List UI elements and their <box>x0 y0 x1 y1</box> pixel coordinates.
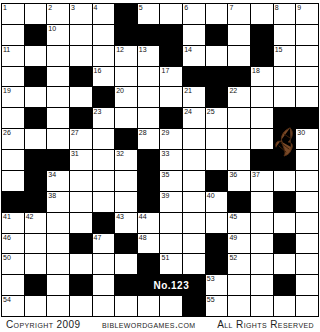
cell-r6c9[interactable]: 24 <box>183 108 205 128</box>
cell-r12c11[interactable]: 49 <box>228 234 250 254</box>
cell-r9c12[interactable]: 37 <box>251 171 273 191</box>
cell-r7c9[interactable] <box>183 129 205 149</box>
cell-r5c4[interactable] <box>70 87 92 107</box>
cell-r13c14[interactable] <box>296 254 318 274</box>
clue-number: 8 <box>275 4 279 12</box>
cell-r8c14[interactable] <box>296 150 318 170</box>
clue-number: 13 <box>139 46 147 54</box>
cell-r6c3[interactable] <box>47 108 69 128</box>
cell-r7c1[interactable]: 26 <box>2 129 24 149</box>
cell-r1c12[interactable] <box>251 4 273 24</box>
cell-r5c3[interactable] <box>47 87 69 107</box>
cell-r1c9[interactable]: 6 <box>183 4 205 24</box>
cell-r6c6[interactable] <box>115 108 137 128</box>
cell-r10c13 <box>274 192 296 212</box>
cell-r9c7 <box>138 171 160 191</box>
cell-r9c13[interactable] <box>274 171 296 191</box>
cell-r14c6 <box>115 275 137 295</box>
clue-number: 51 <box>161 254 169 262</box>
cell-r12c3[interactable] <box>47 234 69 254</box>
cell-r9c10 <box>206 171 228 191</box>
cell-r5c6[interactable]: 20 <box>115 87 137 107</box>
cell-r13c3[interactable] <box>47 254 69 274</box>
clue-number: 6 <box>184 4 188 12</box>
clue-number: 52 <box>229 254 237 262</box>
cell-r2c1[interactable] <box>2 25 24 45</box>
cell-r2c9[interactable] <box>183 25 205 45</box>
cell-r15c4[interactable] <box>70 296 92 316</box>
cell-r7c12[interactable] <box>251 129 273 149</box>
crossword-grid: 1234567891011121314151617181920212223242… <box>1 3 319 317</box>
cell-r11c2[interactable]: 42 <box>25 213 47 233</box>
cell-r13c5[interactable] <box>93 254 115 274</box>
cell-r7c4[interactable]: 27 <box>70 129 92 149</box>
clue-number: 45 <box>229 213 237 221</box>
cell-r1c1[interactable]: 1 <box>2 4 24 24</box>
cell-r11c1[interactable]: 41 <box>2 213 24 233</box>
clue-number: 40 <box>207 192 215 200</box>
cell-r4c8[interactable]: 17 <box>160 67 182 87</box>
cell-r4c6[interactable] <box>115 67 137 87</box>
clue-number: 49 <box>229 234 237 242</box>
cell-r6c14 <box>296 108 318 128</box>
cell-r14c12[interactable] <box>251 275 273 295</box>
cell-r1c3[interactable]: 2 <box>47 4 69 24</box>
cell-r15c2[interactable] <box>25 296 47 316</box>
cell-r11c3[interactable] <box>47 213 69 233</box>
cell-r8c4[interactable]: 31 <box>70 150 92 170</box>
clue-number: 20 <box>116 87 124 95</box>
cell-r1c11[interactable]: 7 <box>228 4 250 24</box>
cell-r8c5[interactable] <box>93 150 115 170</box>
clue-number: 11 <box>3 46 10 54</box>
cell-r11c8[interactable] <box>160 213 182 233</box>
clue-number: 4 <box>94 4 98 12</box>
cell-r4c4 <box>70 67 92 87</box>
cell-r12c4 <box>70 234 92 254</box>
clue-number: 48 <box>139 234 147 242</box>
cell-r14c13 <box>274 275 296 295</box>
cell-r9c4[interactable] <box>70 171 92 191</box>
cell-r3c3[interactable] <box>47 46 69 66</box>
cell-r1c8[interactable] <box>160 4 182 24</box>
cell-r10c4[interactable] <box>70 192 92 212</box>
clue-number: 5 <box>139 4 143 12</box>
cell-r7c7[interactable]: 28 <box>138 129 160 149</box>
cell-r6c2 <box>25 108 47 128</box>
cell-r6c4 <box>70 108 92 128</box>
cell-r7c8[interactable]: 29 <box>160 129 182 149</box>
cell-r11c11[interactable]: 45 <box>228 213 250 233</box>
clue-number: 21 <box>184 87 192 95</box>
cell-r3c7[interactable]: 13 <box>138 46 160 66</box>
cell-r9c3[interactable]: 34 <box>47 171 69 191</box>
cell-r2c14[interactable] <box>296 25 318 45</box>
cell-r2c10 <box>206 25 228 45</box>
cell-r13c2[interactable] <box>25 254 47 274</box>
cell-r8c2 <box>25 150 47 170</box>
cell-r13c8[interactable]: 51 <box>160 254 182 274</box>
clue-number: 7 <box>229 4 233 12</box>
clue-number: 2 <box>48 4 52 12</box>
cell-r10c12[interactable] <box>251 192 273 212</box>
cell-r5c2[interactable] <box>25 87 47 107</box>
clue-number: 42 <box>26 213 34 221</box>
cell-r10c1 <box>2 192 24 212</box>
rights-text: All Rights Reserved <box>217 319 314 330</box>
cell-r4c10 <box>206 67 228 87</box>
cell-r13c11[interactable]: 52 <box>228 254 250 274</box>
clue-number: 32 <box>116 150 124 158</box>
clue-number: 54 <box>3 296 11 304</box>
cell-r1c10[interactable] <box>206 4 228 24</box>
cell-r8c12 <box>251 150 273 170</box>
cell-r11c14[interactable] <box>296 213 318 233</box>
cell-r10c11 <box>228 192 250 212</box>
cell-r7c5[interactable] <box>93 129 115 149</box>
cell-r2c5[interactable] <box>93 25 115 45</box>
cell-r4c13[interactable] <box>274 67 296 87</box>
cell-r7c6 <box>115 129 137 149</box>
cell-r3c6[interactable]: 12 <box>115 46 137 66</box>
clue-number: 37 <box>252 171 260 179</box>
cell-r1c5[interactable]: 4 <box>93 4 115 24</box>
cell-r15c1[interactable]: 54 <box>2 296 24 316</box>
cell-r13c7 <box>138 254 160 274</box>
clue-number: 39 <box>161 192 169 200</box>
clue-number: 44 <box>139 213 147 221</box>
cell-r9c5[interactable] <box>93 171 115 191</box>
cell-r6c8 <box>160 108 182 128</box>
cell-r15c8[interactable] <box>160 296 182 316</box>
cell-r11c6[interactable]: 43 <box>115 213 137 233</box>
clue-number: 27 <box>71 129 79 137</box>
cell-r2c4[interactable] <box>70 25 92 45</box>
cell-r3c4[interactable] <box>70 46 92 66</box>
cell-r15c7[interactable] <box>138 296 160 316</box>
cell-r15c3[interactable] <box>47 296 69 316</box>
cell-r4c2 <box>25 67 47 87</box>
cell-r15c9 <box>183 296 205 316</box>
cell-r15c11[interactable] <box>228 296 250 316</box>
cell-r12c8[interactable] <box>160 234 182 254</box>
cell-r11c12[interactable] <box>251 213 273 233</box>
clue-number: 18 <box>252 67 260 75</box>
clue-number: 3 <box>71 4 75 12</box>
cell-r13c12[interactable] <box>251 254 273 274</box>
cell-r5c9[interactable]: 21 <box>183 87 205 107</box>
cell-r9c1[interactable] <box>2 171 24 191</box>
cell-r2c2 <box>25 25 47 45</box>
cell-r9c9[interactable] <box>183 171 205 191</box>
cell-r11c10[interactable] <box>206 213 228 233</box>
cell-r3c14[interactable] <box>296 46 318 66</box>
site-text: biblewordgames.com <box>102 319 196 330</box>
cell-r5c7[interactable] <box>138 87 160 107</box>
cell-r11c7[interactable]: 44 <box>138 213 160 233</box>
clue-number: 31 <box>71 150 79 158</box>
clue-number: 46 <box>3 234 11 242</box>
cell-r13c4[interactable] <box>70 254 92 274</box>
cell-r11c9[interactable] <box>183 213 205 233</box>
cell-r8c6[interactable]: 32 <box>115 150 137 170</box>
cell-r4c7[interactable] <box>138 67 160 87</box>
clue-number: 24 <box>184 108 192 116</box>
cell-r1c14[interactable]: 9 <box>296 4 318 24</box>
cell-r1c7[interactable]: 5 <box>138 4 160 24</box>
cell-r12c7[interactable]: 48 <box>138 234 160 254</box>
cell-r7c3[interactable] <box>47 129 69 149</box>
cell-r1c13[interactable]: 8 <box>274 4 296 24</box>
cell-r11c5 <box>93 213 115 233</box>
clue-number: 14 <box>184 46 192 54</box>
clue-number: 29 <box>161 129 169 137</box>
cell-r8c8[interactable]: 33 <box>160 150 182 170</box>
cell-r3c9[interactable]: 14 <box>183 46 205 66</box>
cell-r8c13 <box>274 150 296 170</box>
cell-r12c5[interactable]: 47 <box>93 234 115 254</box>
cell-r4c9 <box>183 67 205 87</box>
clue-number: 53 <box>207 275 215 283</box>
cell-r2c11[interactable] <box>228 25 250 45</box>
cell-r12c14[interactable] <box>296 234 318 254</box>
cell-r13c1[interactable]: 50 <box>2 254 24 274</box>
cell-r9c8[interactable]: 35 <box>160 171 182 191</box>
cell-r3c1[interactable]: 11 <box>2 46 24 66</box>
cell-r3c12 <box>251 46 273 66</box>
cell-r14c2 <box>25 275 47 295</box>
cell-r8c11[interactable] <box>228 150 250 170</box>
cell-r15c10[interactable]: 55 <box>206 296 228 316</box>
cell-r12c1[interactable]: 46 <box>2 234 24 254</box>
cell-r1c4[interactable]: 3 <box>70 4 92 24</box>
cell-r13c6[interactable] <box>115 254 137 274</box>
clue-number: 36 <box>229 171 237 179</box>
clue-number: 47 <box>94 234 102 242</box>
cell-r4c14[interactable] <box>296 67 318 87</box>
cell-r10c6[interactable] <box>115 192 137 212</box>
cell-r12c12[interactable] <box>251 234 273 254</box>
cell-r14c4 <box>70 275 92 295</box>
clue-number: 12 <box>116 46 124 54</box>
cell-r1c2[interactable] <box>25 4 47 24</box>
clue-number: 17 <box>161 67 169 75</box>
cell-r14c10[interactable]: 53 <box>206 275 228 295</box>
cell-r10c7 <box>138 192 160 212</box>
cell-r5c13[interactable] <box>274 87 296 107</box>
cell-r9c6[interactable] <box>115 171 137 191</box>
puzzle-number-label: No.123 <box>153 280 189 291</box>
footer: Copyright 2009 biblewordgames.com All Ri… <box>0 317 320 331</box>
cell-r14c14[interactable] <box>296 275 318 295</box>
cell-r15c13[interactable] <box>274 296 296 316</box>
cell-r6c13 <box>274 108 296 128</box>
cell-r14c5[interactable] <box>93 275 115 295</box>
clue-number: 26 <box>3 129 11 137</box>
cell-r7c13 <box>274 129 296 149</box>
cell-r4c5[interactable]: 16 <box>93 67 115 87</box>
cell-r5c14[interactable] <box>296 87 318 107</box>
cell-r9c11[interactable]: 36 <box>228 171 250 191</box>
cell-r12c6 <box>115 234 137 254</box>
cell-r5c8[interactable] <box>160 87 182 107</box>
cell-r7c2[interactable] <box>25 129 47 149</box>
clue-number: 33 <box>161 150 169 158</box>
clue-number: 55 <box>207 296 215 304</box>
clue-number: 35 <box>161 171 169 179</box>
cell-r2c7 <box>138 25 160 45</box>
cell-r12c10 <box>206 234 228 254</box>
cell-r2c13[interactable] <box>274 25 296 45</box>
crossword-page: 1234567891011121314151617181920212223242… <box>0 0 320 332</box>
cell-r3c10[interactable] <box>206 46 228 66</box>
clue-number: 41 <box>3 213 11 221</box>
cell-r5c1[interactable]: 19 <box>2 87 24 107</box>
cell-r14c3[interactable] <box>47 275 69 295</box>
clue-number: 28 <box>139 129 147 137</box>
cell-r10c2 <box>25 192 47 212</box>
cell-r4c11 <box>228 67 250 87</box>
cell-r8c10[interactable] <box>206 150 228 170</box>
cell-r3c5[interactable] <box>93 46 115 66</box>
cell-r3c8 <box>160 46 182 66</box>
cell-r11c4[interactable] <box>70 213 92 233</box>
clue-number: 22 <box>229 87 237 95</box>
cell-r12c2[interactable] <box>25 234 47 254</box>
cell-r11c13[interactable] <box>274 213 296 233</box>
cell-r6c10[interactable]: 25 <box>206 108 228 128</box>
cell-r4c12[interactable]: 18 <box>251 67 273 87</box>
clue-number: 34 <box>48 171 56 179</box>
clue-number: 25 <box>207 108 215 116</box>
clue-number: 30 <box>297 129 305 137</box>
cell-r8c3 <box>47 150 69 170</box>
cell-r15c5[interactable] <box>93 296 115 316</box>
cell-r12c9[interactable] <box>183 234 205 254</box>
cell-r14c8: No.123 <box>160 275 182 295</box>
clue-number: 19 <box>3 87 11 95</box>
cell-r4c3[interactable] <box>47 67 69 87</box>
cell-r6c1[interactable] <box>2 108 24 128</box>
cell-r7c11[interactable] <box>228 129 250 149</box>
clue-number: 9 <box>297 4 301 12</box>
cell-r10c3[interactable]: 38 <box>47 192 69 212</box>
cell-r12c13 <box>274 234 296 254</box>
clue-number: 1 <box>3 4 7 12</box>
cell-r6c12[interactable] <box>251 108 273 128</box>
clue-number: 43 <box>116 213 124 221</box>
cell-r7c10[interactable] <box>206 129 228 149</box>
cell-r2c3[interactable]: 10 <box>47 25 69 45</box>
cell-r5c11[interactable]: 22 <box>228 87 250 107</box>
cell-r13c10 <box>206 254 228 274</box>
cell-r10c14[interactable] <box>296 192 318 212</box>
cell-r6c5[interactable]: 23 <box>93 108 115 128</box>
cell-r15c14[interactable] <box>296 296 318 316</box>
cell-r5c10 <box>206 87 228 107</box>
cell-r6c7[interactable] <box>138 108 160 128</box>
cell-r4c1[interactable] <box>2 67 24 87</box>
cell-r8c7 <box>138 150 160 170</box>
cell-r2c8 <box>160 25 182 45</box>
copyright-text: Copyright 2009 <box>6 319 80 330</box>
cell-r14c1[interactable] <box>2 275 24 295</box>
cell-r7c14[interactable]: 30 <box>296 129 318 149</box>
cell-r9c14[interactable] <box>296 171 318 191</box>
cell-r15c12[interactable] <box>251 296 273 316</box>
clue-number: 50 <box>3 254 11 262</box>
cell-r10c8[interactable]: 39 <box>160 192 182 212</box>
cell-r15c6[interactable] <box>115 296 137 316</box>
cell-r10c9[interactable] <box>183 192 205 212</box>
cell-r13c9[interactable] <box>183 254 205 274</box>
cell-r2c6 <box>115 25 137 45</box>
cell-r3c2[interactable] <box>25 46 47 66</box>
cell-r2c12 <box>251 25 273 45</box>
cell-r10c5[interactable] <box>93 192 115 212</box>
cell-r5c5 <box>93 87 115 107</box>
cell-r3c11[interactable] <box>228 46 250 66</box>
cell-r13c13[interactable] <box>274 254 296 274</box>
cell-r1c6 <box>115 4 137 24</box>
cell-r5c12[interactable] <box>251 87 273 107</box>
cell-r10c10[interactable]: 40 <box>206 192 228 212</box>
cell-r6c11[interactable] <box>228 108 250 128</box>
clue-number: 10 <box>48 25 56 33</box>
cell-r9c2 <box>25 171 47 191</box>
clue-number: 23 <box>94 108 102 116</box>
clue-number: 38 <box>48 192 56 200</box>
cell-r8c1[interactable] <box>2 150 24 170</box>
clue-number: 16 <box>94 67 102 75</box>
clue-number: 15 <box>275 46 283 54</box>
cell-r3c13[interactable]: 15 <box>274 46 296 66</box>
cell-r8c9[interactable] <box>183 150 205 170</box>
cell-r14c11[interactable] <box>228 275 250 295</box>
